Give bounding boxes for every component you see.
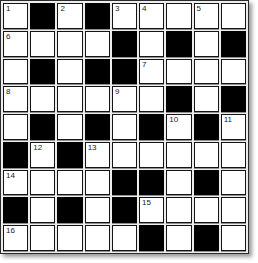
white-cell[interactable]: 9 [112,86,137,112]
black-cell [112,170,137,196]
black-cell [85,3,110,29]
white-cell[interactable]: 4 [139,3,164,29]
black-cell [194,225,219,251]
black-cell [3,142,28,168]
white-cell[interactable]: 3 [112,3,137,29]
white-cell[interactable]: 5 [194,3,219,29]
white-cell[interactable] [57,114,82,140]
white-cell[interactable] [3,114,28,140]
white-cell[interactable] [194,197,219,223]
clue-number: 16 [6,226,15,235]
black-cell [57,142,82,168]
clue-number: 2 [60,4,64,13]
black-cell [139,170,164,196]
clue-number: 3 [115,4,119,13]
white-cell[interactable]: 11 [221,114,246,140]
white-cell[interactable] [194,86,219,112]
white-cell[interactable]: 7 [139,59,164,85]
white-cell[interactable] [166,225,191,251]
clue-number: 10 [169,115,178,124]
white-cell[interactable] [85,197,110,223]
white-cell[interactable] [85,31,110,57]
white-cell[interactable]: 2 [57,3,82,29]
white-cell[interactable] [30,170,55,196]
clue-number: 4 [142,4,146,13]
white-cell[interactable]: 16 [3,225,28,251]
clue-number: 9 [115,87,119,96]
white-cell[interactable] [112,114,137,140]
clue-number: 6 [6,32,10,41]
clue-number: 14 [6,171,15,180]
white-cell[interactable]: 8 [3,86,28,112]
white-cell[interactable]: 1 [3,3,28,29]
black-cell [166,31,191,57]
white-cell[interactable] [85,170,110,196]
white-cell[interactable] [221,170,246,196]
white-cell[interactable] [85,225,110,251]
white-cell[interactable] [166,170,191,196]
clue-number: 13 [88,143,97,152]
white-cell[interactable]: 6 [3,31,28,57]
white-cell[interactable] [57,86,82,112]
white-cell[interactable] [30,86,55,112]
black-cell [30,3,55,29]
black-cell [112,59,137,85]
white-cell[interactable] [221,142,246,168]
black-cell [221,86,246,112]
white-cell[interactable] [139,31,164,57]
clue-number: 5 [197,4,201,13]
white-cell[interactable] [112,225,137,251]
clue-number: 8 [6,87,10,96]
black-cell [221,31,246,57]
black-cell [139,114,164,140]
clue-number: 7 [142,60,146,69]
white-cell[interactable] [221,225,246,251]
white-cell[interactable] [221,3,246,29]
white-cell[interactable] [57,59,82,85]
black-cell [85,114,110,140]
black-cell [85,59,110,85]
white-cell[interactable] [112,142,137,168]
white-cell[interactable]: 14 [3,170,28,196]
white-cell[interactable] [194,31,219,57]
white-cell[interactable] [194,142,219,168]
black-cell [30,59,55,85]
white-cell[interactable] [139,86,164,112]
black-cell [194,114,219,140]
crossword-grid: 12345678910111213141516 [0,0,249,254]
white-cell[interactable]: 15 [139,197,164,223]
black-cell [112,197,137,223]
white-cell[interactable] [139,142,164,168]
white-cell[interactable] [30,31,55,57]
white-cell[interactable] [194,59,219,85]
white-cell[interactable] [166,3,191,29]
white-cell[interactable] [3,59,28,85]
black-cell [57,197,82,223]
clue-number: 1 [6,4,10,13]
black-cell [3,197,28,223]
white-cell[interactable] [221,59,246,85]
white-cell[interactable]: 10 [166,114,191,140]
white-cell[interactable]: 12 [30,142,55,168]
white-cell[interactable] [57,31,82,57]
white-cell[interactable] [57,225,82,251]
black-cell [166,86,191,112]
black-cell [139,225,164,251]
clue-number: 15 [142,198,151,207]
black-cell [112,31,137,57]
white-cell[interactable]: 13 [85,142,110,168]
white-cell[interactable] [30,225,55,251]
white-cell[interactable] [166,59,191,85]
white-cell[interactable] [57,170,82,196]
black-cell [194,170,219,196]
white-cell[interactable] [221,197,246,223]
white-cell[interactable] [85,86,110,112]
black-cell [30,114,55,140]
white-cell[interactable] [166,142,191,168]
clue-number: 12 [33,143,42,152]
white-cell[interactable] [166,197,191,223]
clue-number: 11 [224,115,232,124]
white-cell[interactable] [30,197,55,223]
